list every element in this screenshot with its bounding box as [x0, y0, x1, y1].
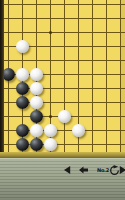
white-stone — [44, 138, 57, 151]
white-stone — [44, 124, 57, 137]
star-point — [49, 115, 52, 118]
toolbar: No.2 — [0, 158, 125, 200]
left-arrow-icon — [78, 165, 89, 175]
step-forward-button[interactable] — [117, 164, 125, 176]
black-stone — [16, 138, 29, 151]
star-point — [49, 31, 52, 34]
white-stone — [58, 110, 71, 123]
black-stone — [30, 138, 43, 151]
white-stone — [30, 82, 43, 95]
black-stone — [16, 82, 29, 95]
white-stone — [72, 124, 85, 137]
white-stone — [16, 40, 29, 53]
left-triangle-icon — [62, 165, 72, 175]
grid-line-horizontal — [4, 32, 125, 33]
black-stone — [16, 96, 29, 109]
grid-line-horizontal — [4, 60, 125, 61]
board-left-frame — [0, 0, 4, 158]
undo-button[interactable] — [77, 164, 89, 176]
grid-line-horizontal — [4, 18, 125, 19]
white-stone — [30, 68, 43, 81]
go-board[interactable] — [0, 0, 125, 158]
step-back-button[interactable] — [61, 164, 73, 176]
grid-line-horizontal — [4, 4, 125, 5]
board-right-shade — [121, 0, 125, 152]
white-stone — [30, 96, 43, 109]
app-screen: No.2 — [0, 0, 125, 200]
right-triangle-icon — [118, 165, 125, 175]
white-stone — [30, 124, 43, 137]
black-stone — [16, 124, 29, 137]
white-stone — [16, 68, 29, 81]
black-stone — [30, 110, 43, 123]
